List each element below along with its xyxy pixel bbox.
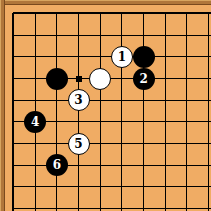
board-intersection bbox=[176, 89, 198, 111]
board-intersection bbox=[111, 154, 133, 176]
board-intersection bbox=[46, 111, 68, 133]
board-intersection bbox=[133, 46, 155, 68]
white-stone bbox=[89, 68, 111, 90]
board-intersection bbox=[111, 24, 133, 46]
board-intersection bbox=[154, 3, 176, 25]
board-intersection bbox=[24, 176, 46, 198]
board-intersection bbox=[46, 24, 68, 46]
board-intersection bbox=[176, 133, 198, 155]
board-edge-bevel-top bbox=[0, 0, 211, 5]
board-intersection bbox=[89, 24, 111, 46]
board-intersection bbox=[3, 111, 25, 133]
board-intersection bbox=[176, 68, 198, 90]
board-intersection bbox=[176, 111, 198, 133]
board-intersection bbox=[24, 198, 46, 211]
board-intersection bbox=[68, 154, 90, 176]
black-stone-move-2: 2 bbox=[133, 68, 155, 90]
board-intersection bbox=[3, 24, 25, 46]
board-intersection bbox=[111, 111, 133, 133]
board-intersection: 3 bbox=[68, 89, 90, 111]
board-intersection bbox=[89, 111, 111, 133]
board-intersection bbox=[133, 198, 155, 211]
board-intersection bbox=[111, 176, 133, 198]
board-intersection bbox=[46, 3, 68, 25]
board-intersection bbox=[3, 198, 25, 211]
board-intersection bbox=[24, 133, 46, 155]
board-intersection bbox=[89, 176, 111, 198]
board-intersection bbox=[176, 198, 198, 211]
board-intersection bbox=[198, 198, 211, 211]
board-intersection bbox=[89, 3, 111, 25]
board-intersection bbox=[133, 3, 155, 25]
board-intersection bbox=[154, 46, 176, 68]
board-intersection bbox=[24, 3, 46, 25]
board-intersection bbox=[3, 176, 25, 198]
board-intersection bbox=[46, 89, 68, 111]
board-intersection bbox=[133, 24, 155, 46]
board-intersection: 1 bbox=[111, 46, 133, 68]
board-intersection bbox=[46, 198, 68, 211]
board-intersection bbox=[198, 24, 211, 46]
board-intersection bbox=[3, 68, 25, 90]
board-intersection bbox=[68, 3, 90, 25]
board-intersection bbox=[198, 133, 211, 155]
go-board-diagram: 123456 bbox=[0, 0, 211, 211]
board-intersection bbox=[198, 68, 211, 90]
board-intersection bbox=[3, 46, 25, 68]
goban-grid: 123456 bbox=[3, 3, 211, 211]
board-intersection bbox=[24, 46, 46, 68]
board-intersection bbox=[89, 198, 111, 211]
board-intersection bbox=[3, 154, 25, 176]
black-stone-move-4: 4 bbox=[24, 111, 46, 133]
board-intersection bbox=[154, 154, 176, 176]
board-intersection bbox=[133, 89, 155, 111]
board-intersection bbox=[89, 133, 111, 155]
board-intersection bbox=[133, 111, 155, 133]
board-intersection bbox=[3, 133, 25, 155]
star-point-marker bbox=[76, 76, 82, 82]
board-intersection: 4 bbox=[24, 111, 46, 133]
board-intersection bbox=[133, 133, 155, 155]
board-intersection bbox=[198, 176, 211, 198]
white-stone-move-5: 5 bbox=[68, 133, 90, 155]
board-intersection bbox=[68, 46, 90, 68]
board-intersection bbox=[133, 154, 155, 176]
board-intersection bbox=[176, 154, 198, 176]
board-intersection bbox=[154, 111, 176, 133]
board-intersection bbox=[68, 198, 90, 211]
board-intersection bbox=[198, 46, 211, 68]
board-intersection bbox=[154, 89, 176, 111]
board-intersection bbox=[3, 3, 25, 25]
board-intersection bbox=[89, 68, 111, 90]
board-intersection bbox=[133, 176, 155, 198]
black-stone bbox=[133, 46, 155, 68]
board-intersection bbox=[46, 133, 68, 155]
board-intersection bbox=[176, 24, 198, 46]
board-intersection bbox=[89, 89, 111, 111]
board-intersection bbox=[3, 89, 25, 111]
board-intersection: 5 bbox=[68, 133, 90, 155]
board-intersection bbox=[154, 133, 176, 155]
board-intersection bbox=[111, 68, 133, 90]
white-stone-move-1: 1 bbox=[111, 46, 133, 68]
board-intersection bbox=[176, 176, 198, 198]
board-intersection bbox=[68, 176, 90, 198]
board-intersection bbox=[198, 89, 211, 111]
board-intersection bbox=[46, 46, 68, 68]
board-intersection bbox=[154, 24, 176, 46]
board-intersection bbox=[46, 68, 68, 90]
board-intersection bbox=[24, 89, 46, 111]
board-intersection bbox=[111, 3, 133, 25]
board-intersection bbox=[111, 133, 133, 155]
board-intersection bbox=[198, 154, 211, 176]
black-stone-move-6: 6 bbox=[46, 154, 68, 176]
board-intersection bbox=[111, 89, 133, 111]
board-intersection: 6 bbox=[46, 154, 68, 176]
board-intersection bbox=[154, 68, 176, 90]
board-intersection bbox=[198, 3, 211, 25]
board-edge-bevel-left bbox=[0, 0, 5, 211]
board-intersection bbox=[46, 176, 68, 198]
board-intersection bbox=[176, 46, 198, 68]
white-stone-move-3: 3 bbox=[68, 89, 90, 111]
board-intersection bbox=[154, 176, 176, 198]
board-intersection bbox=[68, 24, 90, 46]
board-intersection bbox=[111, 198, 133, 211]
board-intersection bbox=[68, 111, 90, 133]
board-intersection: 2 bbox=[133, 68, 155, 90]
board-intersection bbox=[24, 24, 46, 46]
board-intersection bbox=[24, 154, 46, 176]
board-intersection bbox=[24, 68, 46, 90]
board-intersection bbox=[154, 198, 176, 211]
board-intersection bbox=[89, 46, 111, 68]
board-intersection bbox=[198, 111, 211, 133]
board-intersection bbox=[68, 68, 90, 90]
board-intersection bbox=[176, 3, 198, 25]
black-stone bbox=[46, 68, 68, 90]
board-intersection bbox=[89, 154, 111, 176]
